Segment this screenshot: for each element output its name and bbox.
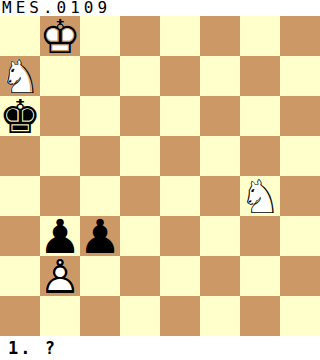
square-d3[interactable]	[120, 216, 160, 256]
square-b5[interactable]	[40, 136, 80, 176]
square-c2[interactable]	[80, 256, 120, 296]
square-g4[interactable]: ♞♘	[240, 176, 280, 216]
white-knight-glyph: ♘	[240, 176, 280, 216]
square-a2[interactable]	[0, 256, 40, 296]
square-c6[interactable]	[80, 96, 120, 136]
square-f5[interactable]	[200, 136, 240, 176]
square-e5[interactable]	[160, 136, 200, 176]
square-d7[interactable]	[120, 56, 160, 96]
white-pawn-glyph: ♙	[40, 256, 80, 296]
square-g7[interactable]	[240, 56, 280, 96]
square-c5[interactable]	[80, 136, 120, 176]
black-pawn-glyph: ♟	[80, 216, 120, 256]
square-d6[interactable]	[120, 96, 160, 136]
square-d1[interactable]	[120, 296, 160, 336]
square-e2[interactable]	[160, 256, 200, 296]
black-king: ♚	[0, 96, 40, 136]
square-h3[interactable]	[280, 216, 320, 256]
square-e7[interactable]	[160, 56, 200, 96]
square-d2[interactable]	[120, 256, 160, 296]
square-e6[interactable]	[160, 96, 200, 136]
square-d4[interactable]	[120, 176, 160, 216]
square-e4[interactable]	[160, 176, 200, 216]
square-d8[interactable]	[120, 16, 160, 56]
square-f1[interactable]	[200, 296, 240, 336]
square-b8[interactable]: ♚♔	[40, 16, 80, 56]
white-king: ♚♔	[40, 16, 80, 56]
square-f4[interactable]	[200, 176, 240, 216]
square-g3[interactable]	[240, 216, 280, 256]
square-h5[interactable]	[280, 136, 320, 176]
black-pawn: ♟	[80, 216, 120, 256]
square-b2[interactable]: ♟♙	[40, 256, 80, 296]
black-king-glyph: ♚	[0, 96, 40, 136]
square-c8[interactable]	[80, 16, 120, 56]
square-a5[interactable]	[0, 136, 40, 176]
square-c7[interactable]	[80, 56, 120, 96]
square-a4[interactable]	[0, 176, 40, 216]
square-f8[interactable]	[200, 16, 240, 56]
square-g8[interactable]	[240, 16, 280, 56]
square-f6[interactable]	[200, 96, 240, 136]
square-f3[interactable]	[200, 216, 240, 256]
square-c3[interactable]: ♟	[80, 216, 120, 256]
square-h1[interactable]	[280, 296, 320, 336]
square-f7[interactable]	[200, 56, 240, 96]
square-b6[interactable]	[40, 96, 80, 136]
square-b1[interactable]	[40, 296, 80, 336]
white-king-glyph: ♔	[40, 16, 80, 56]
square-c1[interactable]	[80, 296, 120, 336]
square-g6[interactable]	[240, 96, 280, 136]
square-a6[interactable]: ♚	[0, 96, 40, 136]
square-e8[interactable]	[160, 16, 200, 56]
move-prompt: 1. ?	[0, 336, 320, 360]
square-h6[interactable]	[280, 96, 320, 136]
square-d5[interactable]	[120, 136, 160, 176]
square-h4[interactable]	[280, 176, 320, 216]
square-e1[interactable]	[160, 296, 200, 336]
square-g2[interactable]	[240, 256, 280, 296]
white-pawn: ♟♙	[40, 256, 80, 296]
white-knight: ♞♘	[240, 176, 280, 216]
square-g1[interactable]	[240, 296, 280, 336]
square-a3[interactable]	[0, 216, 40, 256]
chess-board: ♚♔♞♘♚♞♘♟♟♟♙	[0, 16, 320, 336]
square-e3[interactable]	[160, 216, 200, 256]
square-b7[interactable]	[40, 56, 80, 96]
square-h2[interactable]	[280, 256, 320, 296]
square-f2[interactable]	[200, 256, 240, 296]
square-h8[interactable]	[280, 16, 320, 56]
square-a1[interactable]	[0, 296, 40, 336]
square-h7[interactable]	[280, 56, 320, 96]
